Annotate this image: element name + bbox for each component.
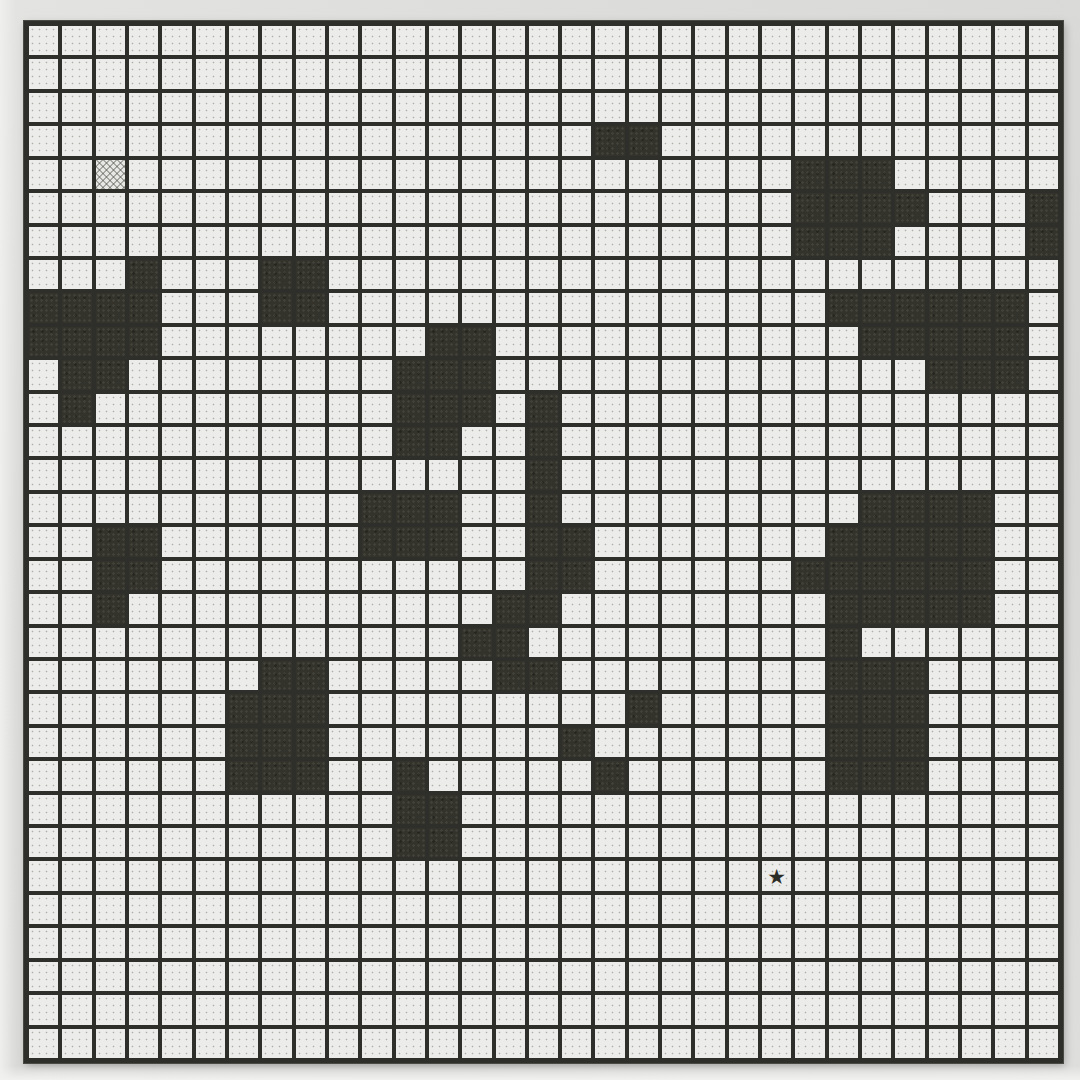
- board-cell-r14-c0[interactable]: [29, 494, 58, 523]
- board-cell-r21-c24[interactable]: [829, 728, 858, 757]
- board-cell-r0-c18[interactable]: [629, 26, 658, 55]
- board-cell-r14-c28[interactable]: [962, 494, 991, 523]
- board-cell-r24-c26[interactable]: [895, 828, 924, 857]
- board-cell-r17-c5[interactable]: [196, 594, 225, 623]
- board-cell-r9-c30[interactable]: [1029, 327, 1058, 356]
- board-cell-r24-c9[interactable]: [329, 828, 358, 857]
- board-cell-r14-c20[interactable]: [695, 494, 724, 523]
- board-cell-r28-c19[interactable]: [662, 962, 691, 991]
- board-cell-r20-c8[interactable]: [296, 694, 325, 723]
- board-cell-r4-c28[interactable]: [962, 160, 991, 189]
- board-cell-r3-c16[interactable]: [562, 126, 591, 155]
- board-cell-r17-c26[interactable]: [895, 594, 924, 623]
- board-cell-r11-c21[interactable]: [729, 394, 758, 423]
- board-cell-r11-c22[interactable]: [762, 394, 791, 423]
- board-cell-r30-c0[interactable]: [29, 1029, 58, 1058]
- board-cell-r28-c21[interactable]: [729, 962, 758, 991]
- board-cell-r30-c28[interactable]: [962, 1029, 991, 1058]
- board-cell-r1-c26[interactable]: [895, 59, 924, 88]
- board-cell-r14-c18[interactable]: [629, 494, 658, 523]
- board-cell-r22-c15[interactable]: [529, 761, 558, 790]
- board-cell-r13-c8[interactable]: [296, 460, 325, 489]
- board-cell-r1-c18[interactable]: [629, 59, 658, 88]
- board-cell-r26-c13[interactable]: [462, 895, 491, 924]
- board-cell-r15-c25[interactable]: [862, 527, 891, 556]
- board-cell-r19-c16[interactable]: [562, 661, 591, 690]
- board-cell-r13-c28[interactable]: [962, 460, 991, 489]
- board-cell-r16-c11[interactable]: [396, 561, 425, 590]
- board-cell-r29-c1[interactable]: [62, 995, 91, 1024]
- board-cell-r28-c5[interactable]: [196, 962, 225, 991]
- board-cell-r27-c17[interactable]: [595, 928, 624, 957]
- board-cell-r26-c28[interactable]: [962, 895, 991, 924]
- board-cell-r4-c4[interactable]: [162, 160, 191, 189]
- board-cell-r16-c5[interactable]: [196, 561, 225, 590]
- board-cell-r10-c8[interactable]: [296, 360, 325, 389]
- board-cell-r0-c20[interactable]: [695, 26, 724, 55]
- board-cell-r26-c16[interactable]: [562, 895, 591, 924]
- board-cell-r1-c1[interactable]: [62, 59, 91, 88]
- board-cell-r11-c20[interactable]: [695, 394, 724, 423]
- board-cell-r12-c6[interactable]: [229, 427, 258, 456]
- board-cell-r9-c14[interactable]: [496, 327, 525, 356]
- board-cell-r21-c6[interactable]: [229, 728, 258, 757]
- board-cell-r8-c23[interactable]: [795, 293, 824, 322]
- board-cell-r14-c14[interactable]: [496, 494, 525, 523]
- board-cell-r23-c0[interactable]: [29, 795, 58, 824]
- board-cell-r6-c20[interactable]: [695, 227, 724, 256]
- board-cell-r11-c19[interactable]: [662, 394, 691, 423]
- board-cell-r16-c1[interactable]: [62, 561, 91, 590]
- board-cell-r13-c16[interactable]: [562, 460, 591, 489]
- board-cell-r0-c8[interactable]: [296, 26, 325, 55]
- board-cell-r9-c6[interactable]: [229, 327, 258, 356]
- board-cell-r4-c20[interactable]: [695, 160, 724, 189]
- board-cell-r2-c1[interactable]: [62, 93, 91, 122]
- board-cell-r28-c8[interactable]: [296, 962, 325, 991]
- board-cell-r27-c30[interactable]: [1029, 928, 1058, 957]
- board-cell-r18-c11[interactable]: [396, 628, 425, 657]
- board-cell-r25-c16[interactable]: [562, 861, 591, 890]
- board-cell-r8-c5[interactable]: [196, 293, 225, 322]
- board-cell-r0-c28[interactable]: [962, 26, 991, 55]
- board-cell-r10-c17[interactable]: [595, 360, 624, 389]
- board-cell-r22-c19[interactable]: [662, 761, 691, 790]
- board-cell-r1-c6[interactable]: [229, 59, 258, 88]
- board-cell-r4-c30[interactable]: [1029, 160, 1058, 189]
- board-cell-r15-c1[interactable]: [62, 527, 91, 556]
- board-cell-r9-c7[interactable]: [262, 327, 291, 356]
- board-cell-r3-c4[interactable]: [162, 126, 191, 155]
- board-cell-r5-c15[interactable]: [529, 193, 558, 222]
- board-cell-r5-c2[interactable]: [96, 193, 125, 222]
- board-cell-r21-c13[interactable]: [462, 728, 491, 757]
- board-cell-r17-c16[interactable]: [562, 594, 591, 623]
- board-cell-r10-c7[interactable]: [262, 360, 291, 389]
- board-cell-r30-c7[interactable]: [262, 1029, 291, 1058]
- board-cell-r10-c11[interactable]: [396, 360, 425, 389]
- board-cell-r6-c1[interactable]: [62, 227, 91, 256]
- board-cell-r4-c11[interactable]: [396, 160, 425, 189]
- board-cell-r4-c10[interactable]: [362, 160, 391, 189]
- board-cell-r8-c24[interactable]: [829, 293, 858, 322]
- board-cell-r12-c25[interactable]: [862, 427, 891, 456]
- board-cell-r10-c24[interactable]: [829, 360, 858, 389]
- board-cell-r29-c18[interactable]: [629, 995, 658, 1024]
- board-cell-r29-c22[interactable]: [762, 995, 791, 1024]
- board-cell-r22-c1[interactable]: [62, 761, 91, 790]
- board-cell-r5-c3[interactable]: [129, 193, 158, 222]
- board-cell-r21-c26[interactable]: [895, 728, 924, 757]
- board-cell-r9-c27[interactable]: [929, 327, 958, 356]
- board-cell-r24-c19[interactable]: [662, 828, 691, 857]
- board-cell-r14-c1[interactable]: [62, 494, 91, 523]
- board-cell-r27-c10[interactable]: [362, 928, 391, 957]
- board-cell-r16-c3[interactable]: [129, 561, 158, 590]
- board-cell-r5-c4[interactable]: [162, 193, 191, 222]
- board-cell-r25-c15[interactable]: [529, 861, 558, 890]
- board-cell-r14-c26[interactable]: [895, 494, 924, 523]
- board-cell-r27-c29[interactable]: [995, 928, 1024, 957]
- board-cell-r18-c26[interactable]: [895, 628, 924, 657]
- board-cell-r28-c18[interactable]: [629, 962, 658, 991]
- board-cell-r18-c29[interactable]: [995, 628, 1024, 657]
- board-cell-r16-c28[interactable]: [962, 561, 991, 590]
- board-cell-r27-c15[interactable]: [529, 928, 558, 957]
- board-cell-r30-c1[interactable]: [62, 1029, 91, 1058]
- board-cell-r25-c13[interactable]: [462, 861, 491, 890]
- board-cell-r6-c17[interactable]: [595, 227, 624, 256]
- board-cell-r17-c30[interactable]: [1029, 594, 1058, 623]
- board-cell-r10-c13[interactable]: [462, 360, 491, 389]
- board-cell-r24-c25[interactable]: [862, 828, 891, 857]
- board-cell-r11-c11[interactable]: [396, 394, 425, 423]
- board-cell-r23-c9[interactable]: [329, 795, 358, 824]
- board-cell-r28-c9[interactable]: [329, 962, 358, 991]
- board-cell-r25-c24[interactable]: [829, 861, 858, 890]
- board-cell-r25-c29[interactable]: [995, 861, 1024, 890]
- board-cell-r1-c9[interactable]: [329, 59, 358, 88]
- board-cell-r17-c24[interactable]: [829, 594, 858, 623]
- board-cell-r30-c22[interactable]: [762, 1029, 791, 1058]
- board-cell-r22-c8[interactable]: [296, 761, 325, 790]
- board-cell-r12-c27[interactable]: [929, 427, 958, 456]
- board-cell-r13-c4[interactable]: [162, 460, 191, 489]
- board-cell-r0-c27[interactable]: [929, 26, 958, 55]
- board-cell-r14-c30[interactable]: [1029, 494, 1058, 523]
- board-cell-r6-c24[interactable]: [829, 227, 858, 256]
- board-cell-r3-c6[interactable]: [229, 126, 258, 155]
- board-cell-r18-c30[interactable]: [1029, 628, 1058, 657]
- board-cell-r27-c8[interactable]: [296, 928, 325, 957]
- board-cell-r30-c14[interactable]: [496, 1029, 525, 1058]
- board-cell-r5-c19[interactable]: [662, 193, 691, 222]
- board-cell-r24-c17[interactable]: [595, 828, 624, 857]
- board-cell-r25-c26[interactable]: [895, 861, 924, 890]
- board-cell-r20-c20[interactable]: [695, 694, 724, 723]
- board-cell-r10-c6[interactable]: [229, 360, 258, 389]
- board-cell-r20-c10[interactable]: [362, 694, 391, 723]
- board-cell-r12-c29[interactable]: [995, 427, 1024, 456]
- board-cell-r26-c10[interactable]: [362, 895, 391, 924]
- board-cell-r5-c12[interactable]: [429, 193, 458, 222]
- board-cell-r19-c21[interactable]: [729, 661, 758, 690]
- board-cell-r2-c0[interactable]: [29, 93, 58, 122]
- board-cell-r0-c6[interactable]: [229, 26, 258, 55]
- board-cell-r18-c23[interactable]: [795, 628, 824, 657]
- board-cell-r30-c19[interactable]: [662, 1029, 691, 1058]
- board-cell-r25-c12[interactable]: [429, 861, 458, 890]
- board-cell-r17-c1[interactable]: [62, 594, 91, 623]
- board-cell-r30-c15[interactable]: [529, 1029, 558, 1058]
- board-cell-r13-c6[interactable]: [229, 460, 258, 489]
- board-cell-r0-c14[interactable]: [496, 26, 525, 55]
- board-cell-r5-c11[interactable]: [396, 193, 425, 222]
- board-cell-r4-c3[interactable]: [129, 160, 158, 189]
- board-cell-r21-c19[interactable]: [662, 728, 691, 757]
- board-cell-r20-c30[interactable]: [1029, 694, 1058, 723]
- board-cell-r26-c18[interactable]: [629, 895, 658, 924]
- board-cell-r18-c28[interactable]: [962, 628, 991, 657]
- board-cell-r4-c8[interactable]: [296, 160, 325, 189]
- board-cell-r17-c7[interactable]: [262, 594, 291, 623]
- board-cell-r4-c24[interactable]: [829, 160, 858, 189]
- board-cell-r4-c5[interactable]: [196, 160, 225, 189]
- board-cell-r16-c29[interactable]: [995, 561, 1024, 590]
- board-cell-r24-c18[interactable]: [629, 828, 658, 857]
- board-cell-r17-c11[interactable]: [396, 594, 425, 623]
- board-cell-r20-c27[interactable]: [929, 694, 958, 723]
- board-cell-r11-c18[interactable]: [629, 394, 658, 423]
- board-cell-r15-c10[interactable]: [362, 527, 391, 556]
- board-cell-r2-c10[interactable]: [362, 93, 391, 122]
- board-cell-r19-c15[interactable]: [529, 661, 558, 690]
- board-cell-r8-c1[interactable]: [62, 293, 91, 322]
- board-cell-r16-c2[interactable]: [96, 561, 125, 590]
- board-cell-r6-c8[interactable]: [296, 227, 325, 256]
- board-cell-r20-c7[interactable]: [262, 694, 291, 723]
- board-cell-r27-c16[interactable]: [562, 928, 591, 957]
- board-cell-r18-c9[interactable]: [329, 628, 358, 657]
- board-cell-r4-c6[interactable]: [229, 160, 258, 189]
- board-cell-r22-c5[interactable]: [196, 761, 225, 790]
- board-cell-r14-c23[interactable]: [795, 494, 824, 523]
- board-cell-r25-c17[interactable]: [595, 861, 624, 890]
- board-cell-r1-c22[interactable]: [762, 59, 791, 88]
- board-cell-r27-c21[interactable]: [729, 928, 758, 957]
- board-cell-r7-c14[interactable]: [496, 260, 525, 289]
- board-cell-r1-c4[interactable]: [162, 59, 191, 88]
- board-cell-r19-c28[interactable]: [962, 661, 991, 690]
- board-cell-r14-c8[interactable]: [296, 494, 325, 523]
- board-cell-r9-c13[interactable]: [462, 327, 491, 356]
- board-cell-r21-c11[interactable]: [396, 728, 425, 757]
- board-cell-r27-c27[interactable]: [929, 928, 958, 957]
- board-cell-r19-c0[interactable]: [29, 661, 58, 690]
- board-cell-r19-c30[interactable]: [1029, 661, 1058, 690]
- board-cell-r3-c13[interactable]: [462, 126, 491, 155]
- board-cell-r26-c0[interactable]: [29, 895, 58, 924]
- board-cell-r17-c14[interactable]: [496, 594, 525, 623]
- board-cell-r14-c5[interactable]: [196, 494, 225, 523]
- board-cell-r6-c29[interactable]: [995, 227, 1024, 256]
- board-cell-r11-c24[interactable]: [829, 394, 858, 423]
- board-cell-r19-c9[interactable]: [329, 661, 358, 690]
- board-cell-r18-c3[interactable]: [129, 628, 158, 657]
- board-cell-r12-c3[interactable]: [129, 427, 158, 456]
- board-cell-r1-c2[interactable]: [96, 59, 125, 88]
- board-cell-r19-c1[interactable]: [62, 661, 91, 690]
- board-cell-r30-c12[interactable]: [429, 1029, 458, 1058]
- board-cell-r24-c11[interactable]: [396, 828, 425, 857]
- board-cell-r16-c7[interactable]: [262, 561, 291, 590]
- board-cell-r20-c21[interactable]: [729, 694, 758, 723]
- board-cell-r0-c19[interactable]: [662, 26, 691, 55]
- board-cell-r19-c7[interactable]: [262, 661, 291, 690]
- board-cell-r2-c21[interactable]: [729, 93, 758, 122]
- board-cell-r26-c2[interactable]: [96, 895, 125, 924]
- board-cell-r28-c28[interactable]: [962, 962, 991, 991]
- board-cell-r15-c30[interactable]: [1029, 527, 1058, 556]
- board-cell-r15-c24[interactable]: [829, 527, 858, 556]
- board-cell-r11-c27[interactable]: [929, 394, 958, 423]
- board-cell-r14-c29[interactable]: [995, 494, 1024, 523]
- board-cell-r27-c14[interactable]: [496, 928, 525, 957]
- board-cell-r7-c17[interactable]: [595, 260, 624, 289]
- board-cell-r27-c6[interactable]: [229, 928, 258, 957]
- board-cell-r6-c22[interactable]: [762, 227, 791, 256]
- board-cell-r28-c22[interactable]: [762, 962, 791, 991]
- board-cell-r25-c27[interactable]: [929, 861, 958, 890]
- board-cell-r16-c25[interactable]: [862, 561, 891, 590]
- board-cell-r5-c1[interactable]: [62, 193, 91, 222]
- board-cell-r8-c0[interactable]: [29, 293, 58, 322]
- board-cell-r26-c3[interactable]: [129, 895, 158, 924]
- board-cell-r26-c23[interactable]: [795, 895, 824, 924]
- board-cell-r21-c4[interactable]: [162, 728, 191, 757]
- board-cell-r17-c23[interactable]: [795, 594, 824, 623]
- board-cell-r11-c26[interactable]: [895, 394, 924, 423]
- board-cell-r5-c8[interactable]: [296, 193, 325, 222]
- board-cell-r23-c27[interactable]: [929, 795, 958, 824]
- board-cell-r28-c7[interactable]: [262, 962, 291, 991]
- board-cell-r15-c19[interactable]: [662, 527, 691, 556]
- board-cell-r1-c0[interactable]: [29, 59, 58, 88]
- board-cell-r2-c25[interactable]: [862, 93, 891, 122]
- board-cell-r13-c23[interactable]: [795, 460, 824, 489]
- board-cell-r22-c0[interactable]: [29, 761, 58, 790]
- board-cell-r4-c25[interactable]: [862, 160, 891, 189]
- board-cell-r18-c1[interactable]: [62, 628, 91, 657]
- board-cell-r13-c17[interactable]: [595, 460, 624, 489]
- board-cell-r0-c5[interactable]: [196, 26, 225, 55]
- board-cell-r16-c6[interactable]: [229, 561, 258, 590]
- board-cell-r1-c13[interactable]: [462, 59, 491, 88]
- board-cell-r12-c17[interactable]: [595, 427, 624, 456]
- board-cell-r24-c22[interactable]: [762, 828, 791, 857]
- board-cell-r7-c15[interactable]: [529, 260, 558, 289]
- board-cell-r7-c8[interactable]: [296, 260, 325, 289]
- board-cell-r20-c17[interactable]: [595, 694, 624, 723]
- board-cell-r28-c12[interactable]: [429, 962, 458, 991]
- board-cell-r27-c25[interactable]: [862, 928, 891, 957]
- board-cell-r24-c28[interactable]: [962, 828, 991, 857]
- board-cell-r3-c3[interactable]: [129, 126, 158, 155]
- board-cell-r1-c19[interactable]: [662, 59, 691, 88]
- board-cell-r9-c12[interactable]: [429, 327, 458, 356]
- board-cell-r27-c22[interactable]: [762, 928, 791, 957]
- board-cell-r10-c3[interactable]: [129, 360, 158, 389]
- board-cell-r24-c8[interactable]: [296, 828, 325, 857]
- board-cell-r18-c0[interactable]: [29, 628, 58, 657]
- board-cell-r7-c30[interactable]: [1029, 260, 1058, 289]
- board-cell-r20-c12[interactable]: [429, 694, 458, 723]
- board-cell-r2-c4[interactable]: [162, 93, 191, 122]
- board-cell-r13-c0[interactable]: [29, 460, 58, 489]
- board-cell-r29-c5[interactable]: [196, 995, 225, 1024]
- board-cell-r17-c20[interactable]: [695, 594, 724, 623]
- board-cell-r8-c12[interactable]: [429, 293, 458, 322]
- board-cell-r15-c14[interactable]: [496, 527, 525, 556]
- board-cell-r5-c30[interactable]: [1029, 193, 1058, 222]
- board-cell-r29-c24[interactable]: [829, 995, 858, 1024]
- board-cell-r12-c2[interactable]: [96, 427, 125, 456]
- board-cell-r10-c14[interactable]: [496, 360, 525, 389]
- board-cell-r15-c2[interactable]: [96, 527, 125, 556]
- board-cell-r17-c12[interactable]: [429, 594, 458, 623]
- board-cell-r16-c26[interactable]: [895, 561, 924, 590]
- board-cell-r10-c22[interactable]: [762, 360, 791, 389]
- board-cell-r6-c10[interactable]: [362, 227, 391, 256]
- board-cell-r12-c0[interactable]: [29, 427, 58, 456]
- board-cell-r19-c17[interactable]: [595, 661, 624, 690]
- board-cell-r25-c6[interactable]: [229, 861, 258, 890]
- board-cell-r4-c21[interactable]: [729, 160, 758, 189]
- board-cell-r28-c13[interactable]: [462, 962, 491, 991]
- board-cell-r27-c3[interactable]: [129, 928, 158, 957]
- board-cell-r17-c2[interactable]: [96, 594, 125, 623]
- board-cell-r4-c29[interactable]: [995, 160, 1024, 189]
- board-cell-r29-c19[interactable]: [662, 995, 691, 1024]
- board-cell-r4-c2[interactable]: [96, 160, 125, 189]
- board-cell-r27-c4[interactable]: [162, 928, 191, 957]
- board-cell-r12-c8[interactable]: [296, 427, 325, 456]
- board-cell-r19-c10[interactable]: [362, 661, 391, 690]
- board-cell-r8-c6[interactable]: [229, 293, 258, 322]
- board-cell-r29-c7[interactable]: [262, 995, 291, 1024]
- board-cell-r12-c11[interactable]: [396, 427, 425, 456]
- board-cell-r2-c12[interactable]: [429, 93, 458, 122]
- board-cell-r18-c14[interactable]: [496, 628, 525, 657]
- board-cell-r9-c23[interactable]: [795, 327, 824, 356]
- board-cell-r25-c22[interactable]: ★: [762, 861, 791, 890]
- board-cell-r11-c0[interactable]: [29, 394, 58, 423]
- board-cell-r26-c8[interactable]: [296, 895, 325, 924]
- board-cell-r18-c13[interactable]: [462, 628, 491, 657]
- board-cell-r6-c25[interactable]: [862, 227, 891, 256]
- board-cell-r7-c22[interactable]: [762, 260, 791, 289]
- board-cell-r24-c10[interactable]: [362, 828, 391, 857]
- board-cell-r1-c15[interactable]: [529, 59, 558, 88]
- board-cell-r23-c5[interactable]: [196, 795, 225, 824]
- board-cell-r15-c13[interactable]: [462, 527, 491, 556]
- board-cell-r0-c10[interactable]: [362, 26, 391, 55]
- board-cell-r10-c2[interactable]: [96, 360, 125, 389]
- board-cell-r0-c25[interactable]: [862, 26, 891, 55]
- board-cell-r2-c16[interactable]: [562, 93, 591, 122]
- board-cell-r23-c4[interactable]: [162, 795, 191, 824]
- board-cell-r6-c30[interactable]: [1029, 227, 1058, 256]
